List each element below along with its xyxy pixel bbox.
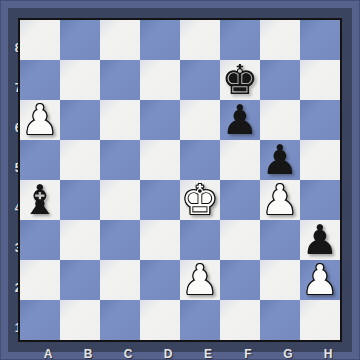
- square-h6[interactable]: [300, 100, 340, 140]
- square-a3[interactable]: [20, 220, 60, 260]
- white-king-e4[interactable]: ♚: [182, 180, 219, 221]
- white-pawn-a6[interactable]: ♟: [22, 100, 59, 141]
- chessboard-screenshot: 87654321 ABCDEFGH ♚♟♟♟♝♚♟♟♟♟: [0, 0, 360, 360]
- square-b2[interactable]: [60, 260, 100, 300]
- square-e7[interactable]: [180, 60, 220, 100]
- square-c6[interactable]: [100, 100, 140, 140]
- white-pawn-e2[interactable]: ♟: [182, 260, 219, 301]
- square-c5[interactable]: [100, 140, 140, 180]
- chess-board: ♚♟♟♟♝♚♟♟♟♟: [20, 20, 340, 340]
- black-pawn-h3[interactable]: ♟: [302, 220, 339, 261]
- square-g4[interactable]: ♟: [260, 180, 300, 220]
- square-c1[interactable]: [100, 300, 140, 340]
- square-h1[interactable]: [300, 300, 340, 340]
- square-d6[interactable]: [140, 100, 180, 140]
- square-a4[interactable]: ♝: [20, 180, 60, 220]
- square-f5[interactable]: [220, 140, 260, 180]
- square-e3[interactable]: [180, 220, 220, 260]
- square-g6[interactable]: [260, 100, 300, 140]
- square-g3[interactable]: [260, 220, 300, 260]
- square-c7[interactable]: [100, 60, 140, 100]
- black-pawn-f6[interactable]: ♟: [222, 100, 259, 141]
- black-pawn-g5[interactable]: ♟: [262, 140, 299, 181]
- square-f7[interactable]: ♚: [220, 60, 260, 100]
- white-pawn-g4[interactable]: ♟: [262, 180, 299, 221]
- square-f2[interactable]: [220, 260, 260, 300]
- square-f6[interactable]: ♟: [220, 100, 260, 140]
- square-b6[interactable]: [60, 100, 100, 140]
- square-b1[interactable]: [60, 300, 100, 340]
- square-e5[interactable]: [180, 140, 220, 180]
- file-labels: ABCDEFGH: [28, 347, 348, 360]
- square-e1[interactable]: [180, 300, 220, 340]
- square-g8[interactable]: [260, 20, 300, 60]
- square-b5[interactable]: [60, 140, 100, 180]
- square-c3[interactable]: [100, 220, 140, 260]
- square-f4[interactable]: [220, 180, 260, 220]
- file-label-f: F: [228, 347, 268, 360]
- file-label-g: G: [268, 347, 308, 360]
- file-label-c: C: [108, 347, 148, 360]
- square-c2[interactable]: [100, 260, 140, 300]
- square-b3[interactable]: [60, 220, 100, 260]
- square-h5[interactable]: [300, 140, 340, 180]
- file-label-a: A: [28, 347, 68, 360]
- square-h8[interactable]: [300, 20, 340, 60]
- square-g7[interactable]: [260, 60, 300, 100]
- square-g2[interactable]: [260, 260, 300, 300]
- square-b8[interactable]: [60, 20, 100, 60]
- file-label-d: D: [148, 347, 188, 360]
- square-c8[interactable]: [100, 20, 140, 60]
- square-h4[interactable]: [300, 180, 340, 220]
- square-g5[interactable]: ♟: [260, 140, 300, 180]
- square-g1[interactable]: [260, 300, 300, 340]
- square-f3[interactable]: [220, 220, 260, 260]
- square-b4[interactable]: [60, 180, 100, 220]
- square-f1[interactable]: [220, 300, 260, 340]
- square-e8[interactable]: [180, 20, 220, 60]
- square-e4[interactable]: ♚: [180, 180, 220, 220]
- black-king-f7[interactable]: ♚: [222, 60, 259, 101]
- square-b7[interactable]: [60, 60, 100, 100]
- square-d7[interactable]: [140, 60, 180, 100]
- black-bishop-a4[interactable]: ♝: [22, 180, 59, 221]
- square-d4[interactable]: [140, 180, 180, 220]
- file-label-h: H: [308, 347, 348, 360]
- square-a2[interactable]: [20, 260, 60, 300]
- square-c4[interactable]: [100, 180, 140, 220]
- square-d1[interactable]: [140, 300, 180, 340]
- square-d2[interactable]: [140, 260, 180, 300]
- square-a5[interactable]: [20, 140, 60, 180]
- square-d3[interactable]: [140, 220, 180, 260]
- file-label-b: B: [68, 347, 108, 360]
- square-e2[interactable]: ♟: [180, 260, 220, 300]
- square-d8[interactable]: [140, 20, 180, 60]
- square-a7[interactable]: [20, 60, 60, 100]
- square-e6[interactable]: [180, 100, 220, 140]
- square-a6[interactable]: ♟: [20, 100, 60, 140]
- square-a8[interactable]: [20, 20, 60, 60]
- square-h3[interactable]: ♟: [300, 220, 340, 260]
- white-pawn-h2[interactable]: ♟: [302, 260, 339, 301]
- square-f8[interactable]: [220, 20, 260, 60]
- square-a1[interactable]: [20, 300, 60, 340]
- square-h2[interactable]: ♟: [300, 260, 340, 300]
- square-h7[interactable]: [300, 60, 340, 100]
- square-d5[interactable]: [140, 140, 180, 180]
- file-label-e: E: [188, 347, 228, 360]
